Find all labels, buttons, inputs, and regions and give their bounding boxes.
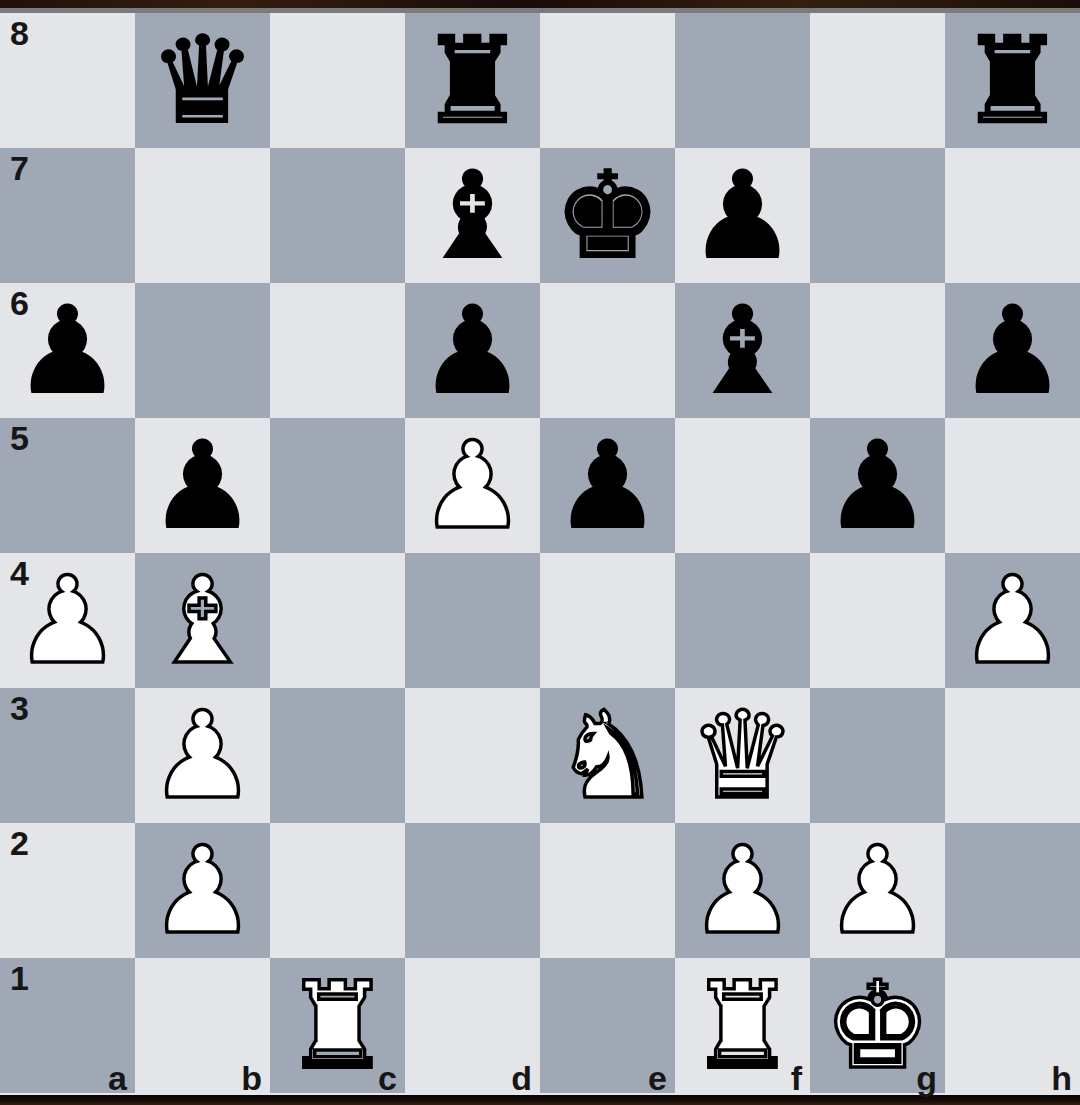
square-g1[interactable]: g♚ bbox=[810, 958, 945, 1093]
square-d7[interactable]: ♝ bbox=[405, 148, 540, 283]
square-c6[interactable] bbox=[270, 283, 405, 418]
square-f7[interactable]: ♟ bbox=[675, 148, 810, 283]
rank-label-1: 1 bbox=[10, 960, 29, 996]
square-c2[interactable] bbox=[270, 823, 405, 958]
file-label-a: a bbox=[108, 1060, 127, 1096]
file-label-e: e bbox=[648, 1060, 667, 1096]
piece-black-pawn-f7[interactable]: ♟ bbox=[675, 148, 810, 283]
square-b5[interactable]: ♟ bbox=[135, 418, 270, 553]
piece-white-queen-f3[interactable]: ♛ bbox=[675, 688, 810, 823]
rank-label-5: 5 bbox=[10, 420, 29, 456]
piece-white-knight-e3[interactable]: ♞ bbox=[540, 688, 675, 823]
square-b2[interactable]: ♟ bbox=[135, 823, 270, 958]
piece-white-pawn-g2[interactable]: ♟ bbox=[810, 823, 945, 958]
piece-black-pawn-e5[interactable]: ♟ bbox=[540, 418, 675, 553]
piece-white-pawn-h4[interactable]: ♟ bbox=[945, 553, 1080, 688]
square-h5[interactable] bbox=[945, 418, 1080, 553]
square-c4[interactable] bbox=[270, 553, 405, 688]
piece-black-pawn-d6[interactable]: ♟ bbox=[405, 283, 540, 418]
square-f5[interactable] bbox=[675, 418, 810, 553]
piece-white-pawn-b2[interactable]: ♟ bbox=[135, 823, 270, 958]
piece-white-pawn-f2[interactable]: ♟ bbox=[675, 823, 810, 958]
piece-white-pawn-d5[interactable]: ♟ bbox=[405, 418, 540, 553]
file-label-b: b bbox=[241, 1060, 262, 1096]
piece-black-rook-d8[interactable]: ♜ bbox=[405, 13, 540, 148]
square-f4[interactable] bbox=[675, 553, 810, 688]
square-a4[interactable]: 4♟ bbox=[0, 553, 135, 688]
file-label-d: d bbox=[511, 1060, 532, 1096]
square-g5[interactable]: ♟ bbox=[810, 418, 945, 553]
square-c5[interactable] bbox=[270, 418, 405, 553]
square-f3[interactable]: ♛ bbox=[675, 688, 810, 823]
square-a8[interactable]: 8 bbox=[0, 13, 135, 148]
square-a5[interactable]: 5 bbox=[0, 418, 135, 553]
square-e4[interactable] bbox=[540, 553, 675, 688]
square-e2[interactable] bbox=[540, 823, 675, 958]
piece-black-pawn-a6[interactable]: ♟ bbox=[0, 283, 135, 418]
square-d6[interactable]: ♟ bbox=[405, 283, 540, 418]
square-c1[interactable]: c♜ bbox=[270, 958, 405, 1093]
square-h8[interactable]: ♜ bbox=[945, 13, 1080, 148]
file-label-h: h bbox=[1051, 1060, 1072, 1096]
piece-black-pawn-b5[interactable]: ♟ bbox=[135, 418, 270, 553]
piece-white-pawn-b3[interactable]: ♟ bbox=[135, 688, 270, 823]
square-d5[interactable]: ♟ bbox=[405, 418, 540, 553]
chess-board: 8♛♜♜7♝♚♟6♟♟♝♟5♟♟♟♟4♟♝♟3♟♞♛2♟♟♟1abc♜def♜g… bbox=[0, 13, 1080, 1093]
square-e3[interactable]: ♞ bbox=[540, 688, 675, 823]
square-f6[interactable]: ♝ bbox=[675, 283, 810, 418]
square-g2[interactable]: ♟ bbox=[810, 823, 945, 958]
rank-label-8: 8 bbox=[10, 15, 29, 51]
piece-black-king-e7[interactable]: ♚ bbox=[540, 148, 675, 283]
square-a6[interactable]: 6♟ bbox=[0, 283, 135, 418]
square-d3[interactable] bbox=[405, 688, 540, 823]
square-e1[interactable]: e bbox=[540, 958, 675, 1093]
square-d8[interactable]: ♜ bbox=[405, 13, 540, 148]
square-d2[interactable] bbox=[405, 823, 540, 958]
screen: 8♛♜♜7♝♚♟6♟♟♝♟5♟♟♟♟4♟♝♟3♟♞♛2♟♟♟1abc♜def♜g… bbox=[0, 0, 1080, 1105]
square-g8[interactable] bbox=[810, 13, 945, 148]
square-c7[interactable] bbox=[270, 148, 405, 283]
square-b1[interactable]: b bbox=[135, 958, 270, 1093]
piece-white-bishop-b4[interactable]: ♝ bbox=[135, 553, 270, 688]
square-g6[interactable] bbox=[810, 283, 945, 418]
piece-white-rook-c1[interactable]: ♜ bbox=[270, 958, 405, 1093]
square-b4[interactable]: ♝ bbox=[135, 553, 270, 688]
top-frame-wood-bar bbox=[0, 0, 1080, 8]
piece-black-pawn-g5[interactable]: ♟ bbox=[810, 418, 945, 553]
square-c3[interactable] bbox=[270, 688, 405, 823]
square-e5[interactable]: ♟ bbox=[540, 418, 675, 553]
square-h1[interactable]: h bbox=[945, 958, 1080, 1093]
piece-black-queen-b8[interactable]: ♛ bbox=[135, 13, 270, 148]
square-h3[interactable] bbox=[945, 688, 1080, 823]
piece-black-rook-h8[interactable]: ♜ bbox=[945, 13, 1080, 148]
square-b6[interactable] bbox=[135, 283, 270, 418]
rank-label-7: 7 bbox=[10, 150, 29, 186]
square-g3[interactable] bbox=[810, 688, 945, 823]
piece-black-bishop-d7[interactable]: ♝ bbox=[405, 148, 540, 283]
square-g4[interactable] bbox=[810, 553, 945, 688]
square-d1[interactable]: d bbox=[405, 958, 540, 1093]
square-h7[interactable] bbox=[945, 148, 1080, 283]
piece-white-rook-f1[interactable]: ♜ bbox=[675, 958, 810, 1093]
piece-black-bishop-f6[interactable]: ♝ bbox=[675, 283, 810, 418]
square-c8[interactable] bbox=[270, 13, 405, 148]
square-b8[interactable]: ♛ bbox=[135, 13, 270, 148]
square-f1[interactable]: f♜ bbox=[675, 958, 810, 1093]
square-a1[interactable]: 1a bbox=[0, 958, 135, 1093]
square-h4[interactable]: ♟ bbox=[945, 553, 1080, 688]
piece-white-king-g1[interactable]: ♚ bbox=[810, 958, 945, 1093]
square-a7[interactable]: 7 bbox=[0, 148, 135, 283]
piece-white-pawn-a4[interactable]: ♟ bbox=[0, 553, 135, 688]
rank-label-2: 2 bbox=[10, 825, 29, 861]
square-a2[interactable]: 2 bbox=[0, 823, 135, 958]
square-e7[interactable]: ♚ bbox=[540, 148, 675, 283]
square-h2[interactable] bbox=[945, 823, 1080, 958]
square-h6[interactable]: ♟ bbox=[945, 283, 1080, 418]
square-f8[interactable] bbox=[675, 13, 810, 148]
square-e8[interactable] bbox=[540, 13, 675, 148]
square-f2[interactable]: ♟ bbox=[675, 823, 810, 958]
square-g7[interactable] bbox=[810, 148, 945, 283]
piece-black-pawn-h6[interactable]: ♟ bbox=[945, 283, 1080, 418]
square-b7[interactable] bbox=[135, 148, 270, 283]
square-b3[interactable]: ♟ bbox=[135, 688, 270, 823]
square-e6[interactable] bbox=[540, 283, 675, 418]
rank-label-3: 3 bbox=[10, 690, 29, 726]
square-a3[interactable]: 3 bbox=[0, 688, 135, 823]
square-d4[interactable] bbox=[405, 553, 540, 688]
